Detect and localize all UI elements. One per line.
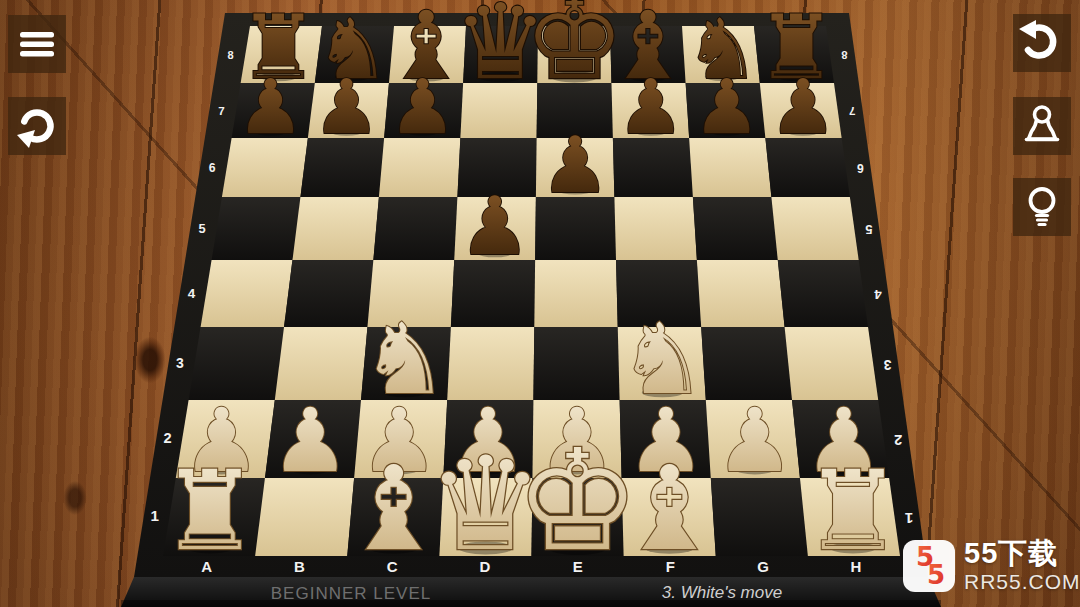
watermark-subtitle: RR55.COM — [964, 571, 1080, 592]
rank-label-right: 1 — [904, 510, 913, 527]
square-e4[interactable] — [534, 260, 617, 327]
piece-c7-black-pawn[interactable]: ♟ — [389, 63, 457, 151]
level-label: BEGINNER LEVEL — [271, 584, 431, 603]
rank-label-right: 8 — [841, 49, 847, 61]
pawn-icon — [1015, 99, 1069, 153]
piece-f1-white-bishop[interactable]: ♝ — [617, 441, 721, 576]
rank-label-right: 3 — [884, 357, 892, 373]
square-g5[interactable] — [693, 197, 778, 260]
piece-d5-black-pawn[interactable]: ♟ — [459, 179, 531, 273]
piece-a7-black-pawn[interactable]: ♟ — [237, 63, 305, 151]
app-screen: 8877665544332211ABCDEFGH ♜♞♝♛♚♝♞♜♟♟♟♟♟♟♟… — [0, 0, 1080, 607]
piece-h1-white-rook[interactable]: ♜ — [804, 447, 903, 575]
rotate-board-button[interactable] — [8, 97, 66, 155]
hamburger-icon — [17, 24, 57, 64]
rank-label-left: 6 — [209, 161, 216, 175]
chess-board[interactable]: 8877665544332211ABCDEFGH ♜♞♝♛♚♝♞♜♟♟♟♟♟♟♟… — [0, 0, 1080, 607]
watermark-title: 55下载 — [964, 539, 1080, 568]
square-a5[interactable] — [212, 197, 301, 260]
rank-label-left: 2 — [163, 430, 171, 446]
piece-b2-white-pawn[interactable]: ♟ — [271, 389, 350, 492]
piece-b7-black-pawn[interactable]: ♟ — [313, 63, 381, 151]
rank-label-right: 5 — [865, 222, 872, 237]
rank-label-right: 4 — [874, 287, 882, 302]
rank-label-left: 5 — [199, 221, 206, 236]
rank-label-right: 6 — [857, 161, 864, 175]
watermark-logo-digit: 5 — [927, 560, 945, 590]
rank-label-left: 4 — [188, 286, 196, 301]
square-b5[interactable] — [292, 197, 378, 260]
square-a4[interactable] — [201, 260, 293, 327]
rotate-icon — [10, 99, 64, 153]
rank-label-left: 1 — [151, 507, 160, 524]
piece-g7-black-pawn[interactable]: ♟ — [693, 63, 761, 151]
square-h4[interactable] — [778, 260, 868, 327]
file-label: B — [294, 558, 305, 575]
undo-arrow-icon — [1016, 17, 1068, 69]
move-status-label: 3. White's move — [662, 583, 782, 602]
undo-button[interactable] — [1013, 14, 1071, 72]
piece-a1-white-rook[interactable]: ♜ — [161, 447, 260, 575]
square-h5[interactable] — [771, 197, 858, 260]
watermark: 5 5 55下载 RR55.COM — [903, 539, 1080, 592]
rank-label-right: 7 — [849, 105, 855, 118]
square-g4[interactable] — [697, 260, 785, 327]
square-c5[interactable] — [373, 197, 457, 260]
lightbulb-icon — [1015, 180, 1069, 234]
opponent-mode-button[interactable] — [1013, 97, 1071, 155]
piece-e6-black-pawn[interactable]: ♟ — [540, 120, 610, 210]
piece-h7-black-pawn[interactable]: ♟ — [769, 63, 837, 151]
rank-label-right: 2 — [894, 432, 902, 448]
menu-button[interactable] — [8, 15, 66, 73]
file-label: G — [757, 558, 769, 575]
hint-button[interactable] — [1013, 178, 1071, 236]
rank-label-left: 8 — [228, 49, 234, 61]
piece-g2-white-pawn[interactable]: ♟ — [715, 389, 794, 492]
watermark-logo: 5 5 — [903, 540, 955, 592]
rank-label-left: 7 — [218, 104, 224, 117]
square-f5[interactable] — [614, 197, 697, 260]
piece-f7-black-pawn[interactable]: ♟ — [617, 63, 685, 151]
rank-label-left: 3 — [176, 355, 184, 371]
